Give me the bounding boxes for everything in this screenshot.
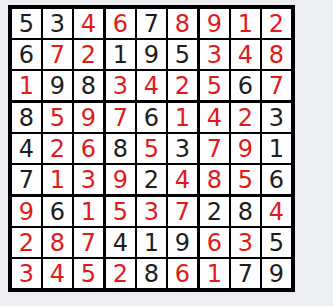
cell-r6c3-solved[interactable]: 3 (74, 165, 103, 194)
cell-r8c8-solved[interactable]: 3 (231, 228, 260, 257)
cell-r7c8-given[interactable]: 8 (231, 197, 260, 226)
cell-r7c4-solved[interactable]: 5 (106, 197, 135, 226)
cell-r1c5-given[interactable]: 7 (137, 9, 166, 38)
cell-r2c4-given[interactable]: 1 (106, 40, 135, 69)
cell-r4c2-solved[interactable]: 5 (43, 103, 72, 132)
cell-r2c8-solved[interactable]: 4 (231, 40, 260, 69)
cell-r9c4-solved[interactable]: 2 (106, 259, 135, 288)
cell-r3c1-solved[interactable]: 1 (12, 71, 41, 100)
cell-r3c2-given[interactable]: 9 (43, 71, 72, 100)
box-3: 912348567 (200, 9, 291, 100)
cell-r7c5-solved[interactable]: 3 (137, 197, 166, 226)
cell-r9c3-solved[interactable]: 5 (74, 259, 103, 288)
cell-r3c5-solved[interactable]: 4 (137, 71, 166, 100)
cell-r9c2-solved[interactable]: 4 (43, 259, 72, 288)
cell-r8c3-solved[interactable]: 7 (74, 228, 103, 257)
cell-r2c3-solved[interactable]: 2 (74, 40, 103, 69)
cell-r2c6-given[interactable]: 5 (168, 40, 197, 69)
cell-r6c4-solved[interactable]: 9 (106, 165, 135, 194)
cell-r5c8-solved[interactable]: 9 (231, 134, 260, 163)
cell-r8c9-given[interactable]: 5 (262, 228, 291, 257)
cell-r4c4-solved[interactable]: 7 (106, 103, 135, 132)
cell-r6c2-solved[interactable]: 1 (43, 165, 72, 194)
cell-r8c6-given[interactable]: 9 (168, 228, 197, 257)
cell-r8c5-given[interactable]: 1 (137, 228, 166, 257)
cell-r6c6-solved[interactable]: 4 (168, 165, 197, 194)
sudoku-board: 5346721986781953429123485678594267137618… (8, 5, 295, 292)
cell-r1c8-solved[interactable]: 1 (231, 9, 260, 38)
cell-r4c6-solved[interactable]: 1 (168, 103, 197, 132)
cell-r9c5-given[interactable]: 8 (137, 259, 166, 288)
cell-r8c2-solved[interactable]: 8 (43, 228, 72, 257)
cell-r9c6-solved[interactable]: 6 (168, 259, 197, 288)
cell-r7c6-solved[interactable]: 7 (168, 197, 197, 226)
cell-r3c8-given[interactable]: 6 (231, 71, 260, 100)
cell-r6c8-solved[interactable]: 5 (231, 165, 260, 194)
box-8: 537419286 (106, 197, 197, 288)
box-7: 961287345 (12, 197, 103, 288)
cell-r4c9-given[interactable]: 3 (262, 103, 291, 132)
cell-r5c3-solved[interactable]: 6 (74, 134, 103, 163)
cell-r4c7-solved[interactable]: 4 (200, 103, 229, 132)
cell-r1c1-given[interactable]: 5 (12, 9, 41, 38)
box-6: 423791856 (200, 103, 291, 194)
cell-r9c1-solved[interactable]: 3 (12, 259, 41, 288)
cell-r4c8-solved[interactable]: 2 (231, 103, 260, 132)
cell-r5c4-given[interactable]: 8 (106, 134, 135, 163)
cell-r3c3-given[interactable]: 8 (74, 71, 103, 100)
cell-r2c1-given[interactable]: 6 (12, 40, 41, 69)
cell-r1c2-given[interactable]: 3 (43, 9, 72, 38)
cell-r8c4-given[interactable]: 4 (106, 228, 135, 257)
cell-r9c9-given[interactable]: 9 (262, 259, 291, 288)
cell-r9c8-given[interactable]: 7 (231, 259, 260, 288)
cell-r7c9-solved[interactable]: 4 (262, 197, 291, 226)
cell-r3c4-solved[interactable]: 3 (106, 71, 135, 100)
page-background: { "game": "sudoku", "title": "Completed … (0, 0, 333, 306)
cell-r7c1-solved[interactable]: 9 (12, 197, 41, 226)
cell-r5c5-solved[interactable]: 5 (137, 134, 166, 163)
cell-r5c2-solved[interactable]: 2 (43, 134, 72, 163)
cell-r7c2-given[interactable]: 6 (43, 197, 72, 226)
box-4: 859426713 (12, 103, 103, 194)
cell-r1c4-solved[interactable]: 6 (106, 9, 135, 38)
cell-r4c5-given[interactable]: 6 (137, 103, 166, 132)
cell-r6c7-solved[interactable]: 8 (200, 165, 229, 194)
cell-r5c9-given[interactable]: 1 (262, 134, 291, 163)
cell-r4c3-solved[interactable]: 9 (74, 103, 103, 132)
cell-r4c1-given[interactable]: 8 (12, 103, 41, 132)
cell-r2c5-given[interactable]: 9 (137, 40, 166, 69)
cell-r2c7-solved[interactable]: 3 (200, 40, 229, 69)
cell-r5c1-given[interactable]: 4 (12, 134, 41, 163)
box-9: 284635179 (200, 197, 291, 288)
cell-r3c6-solved[interactable]: 2 (168, 71, 197, 100)
box-1: 534672198 (12, 9, 103, 100)
cell-r3c7-solved[interactable]: 5 (200, 71, 229, 100)
cell-r2c2-solved[interactable]: 7 (43, 40, 72, 69)
cell-r8c7-solved[interactable]: 6 (200, 228, 229, 257)
cell-r1c3-solved[interactable]: 4 (74, 9, 103, 38)
cell-r6c5-given[interactable]: 2 (137, 165, 166, 194)
cell-r5c7-solved[interactable]: 7 (200, 134, 229, 163)
cell-r1c6-solved[interactable]: 8 (168, 9, 197, 38)
cell-r7c3-solved[interactable]: 1 (74, 197, 103, 226)
cell-r2c9-solved[interactable]: 8 (262, 40, 291, 69)
cell-r3c9-solved[interactable]: 7 (262, 71, 291, 100)
cell-r7c7-given[interactable]: 2 (200, 197, 229, 226)
cell-r1c7-solved[interactable]: 9 (200, 9, 229, 38)
cell-r9c7-solved[interactable]: 1 (200, 259, 229, 288)
cell-r6c1-given[interactable]: 7 (12, 165, 41, 194)
box-5: 761853924 (106, 103, 197, 194)
box-2: 678195342 (106, 9, 197, 100)
cell-r5c6-given[interactable]: 3 (168, 134, 197, 163)
cell-r8c1-solved[interactable]: 2 (12, 228, 41, 257)
cell-r1c9-solved[interactable]: 2 (262, 9, 291, 38)
cell-r6c9-given[interactable]: 6 (262, 165, 291, 194)
